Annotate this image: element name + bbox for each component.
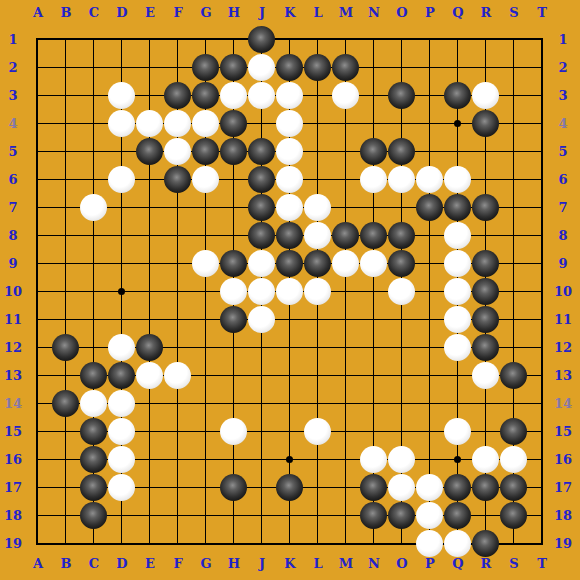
intersection-A4[interactable] bbox=[24, 110, 52, 138]
intersection-R17[interactable] bbox=[472, 474, 500, 502]
intersection-P12[interactable] bbox=[416, 334, 444, 362]
intersection-R13[interactable] bbox=[472, 362, 500, 390]
intersection-J17[interactable] bbox=[248, 474, 276, 502]
intersection-N11[interactable] bbox=[360, 306, 388, 334]
intersection-G10[interactable] bbox=[192, 278, 220, 306]
intersection-H8[interactable] bbox=[220, 222, 248, 250]
intersection-N12[interactable] bbox=[360, 334, 388, 362]
intersection-E19[interactable] bbox=[136, 530, 164, 558]
intersection-H14[interactable] bbox=[220, 390, 248, 418]
intersection-P10[interactable] bbox=[416, 278, 444, 306]
intersection-M11[interactable] bbox=[332, 306, 360, 334]
intersection-H1[interactable] bbox=[220, 26, 248, 54]
intersection-P4[interactable] bbox=[416, 110, 444, 138]
intersection-N17[interactable] bbox=[360, 474, 388, 502]
intersection-G4[interactable] bbox=[192, 110, 220, 138]
intersection-M16[interactable] bbox=[332, 446, 360, 474]
intersection-O19[interactable] bbox=[388, 530, 416, 558]
intersection-D18[interactable] bbox=[108, 502, 136, 530]
intersection-F11[interactable] bbox=[164, 306, 192, 334]
intersection-L1[interactable] bbox=[304, 26, 332, 54]
intersection-H10[interactable] bbox=[220, 278, 248, 306]
intersection-J11[interactable] bbox=[248, 306, 276, 334]
intersection-C3[interactable] bbox=[80, 82, 108, 110]
intersection-F10[interactable] bbox=[164, 278, 192, 306]
intersection-R14[interactable] bbox=[472, 390, 500, 418]
intersection-P19[interactable] bbox=[416, 530, 444, 558]
intersection-F5[interactable] bbox=[164, 138, 192, 166]
intersection-H6[interactable] bbox=[220, 166, 248, 194]
intersection-J4[interactable] bbox=[248, 110, 276, 138]
intersection-A9[interactable] bbox=[24, 250, 52, 278]
intersection-J7[interactable] bbox=[248, 194, 276, 222]
intersection-E6[interactable] bbox=[136, 166, 164, 194]
intersection-A15[interactable] bbox=[24, 418, 52, 446]
intersection-G13[interactable] bbox=[192, 362, 220, 390]
intersection-K1[interactable] bbox=[276, 26, 304, 54]
intersection-M18[interactable] bbox=[332, 502, 360, 530]
intersection-E13[interactable] bbox=[136, 362, 164, 390]
intersection-M17[interactable] bbox=[332, 474, 360, 502]
intersection-A19[interactable] bbox=[24, 530, 52, 558]
intersection-G8[interactable] bbox=[192, 222, 220, 250]
intersection-L8[interactable] bbox=[304, 222, 332, 250]
intersection-N10[interactable] bbox=[360, 278, 388, 306]
intersection-N3[interactable] bbox=[360, 82, 388, 110]
intersection-J18[interactable] bbox=[248, 502, 276, 530]
intersection-E9[interactable] bbox=[136, 250, 164, 278]
intersection-B11[interactable] bbox=[52, 306, 80, 334]
intersection-C13[interactable] bbox=[80, 362, 108, 390]
intersection-F14[interactable] bbox=[164, 390, 192, 418]
intersection-F18[interactable] bbox=[164, 502, 192, 530]
intersection-K18[interactable] bbox=[276, 502, 304, 530]
intersection-M8[interactable] bbox=[332, 222, 360, 250]
intersection-B1[interactable] bbox=[52, 26, 80, 54]
intersection-G9[interactable] bbox=[192, 250, 220, 278]
intersection-B9[interactable] bbox=[52, 250, 80, 278]
intersection-K13[interactable] bbox=[276, 362, 304, 390]
intersection-E2[interactable] bbox=[136, 54, 164, 82]
intersection-N6[interactable] bbox=[360, 166, 388, 194]
intersection-S18[interactable] bbox=[500, 502, 528, 530]
intersection-B14[interactable] bbox=[52, 390, 80, 418]
intersection-T13[interactable] bbox=[528, 362, 556, 390]
intersection-G14[interactable] bbox=[192, 390, 220, 418]
intersection-L15[interactable] bbox=[304, 418, 332, 446]
intersection-A13[interactable] bbox=[24, 362, 52, 390]
intersection-Q5[interactable] bbox=[444, 138, 472, 166]
intersection-T5[interactable] bbox=[528, 138, 556, 166]
intersection-E14[interactable] bbox=[136, 390, 164, 418]
intersection-S15[interactable] bbox=[500, 418, 528, 446]
intersection-C2[interactable] bbox=[80, 54, 108, 82]
intersection-M15[interactable] bbox=[332, 418, 360, 446]
intersection-O9[interactable] bbox=[388, 250, 416, 278]
intersection-H19[interactable] bbox=[220, 530, 248, 558]
intersection-F2[interactable] bbox=[164, 54, 192, 82]
intersection-R6[interactable] bbox=[472, 166, 500, 194]
intersection-C17[interactable] bbox=[80, 474, 108, 502]
intersection-Q9[interactable] bbox=[444, 250, 472, 278]
intersection-P9[interactable] bbox=[416, 250, 444, 278]
intersection-C4[interactable] bbox=[80, 110, 108, 138]
intersection-G12[interactable] bbox=[192, 334, 220, 362]
intersection-S16[interactable] bbox=[500, 446, 528, 474]
intersection-Q15[interactable] bbox=[444, 418, 472, 446]
intersection-G17[interactable] bbox=[192, 474, 220, 502]
intersection-O7[interactable] bbox=[388, 194, 416, 222]
intersection-Q4[interactable] bbox=[444, 110, 472, 138]
intersection-D8[interactable] bbox=[108, 222, 136, 250]
intersection-B15[interactable] bbox=[52, 418, 80, 446]
intersection-C8[interactable] bbox=[80, 222, 108, 250]
intersection-D4[interactable] bbox=[108, 110, 136, 138]
intersection-D9[interactable] bbox=[108, 250, 136, 278]
intersection-C11[interactable] bbox=[80, 306, 108, 334]
intersection-J5[interactable] bbox=[248, 138, 276, 166]
intersection-T14[interactable] bbox=[528, 390, 556, 418]
intersection-T18[interactable] bbox=[528, 502, 556, 530]
intersection-M14[interactable] bbox=[332, 390, 360, 418]
intersection-Q8[interactable] bbox=[444, 222, 472, 250]
intersection-R4[interactable] bbox=[472, 110, 500, 138]
intersection-N13[interactable] bbox=[360, 362, 388, 390]
intersection-F7[interactable] bbox=[164, 194, 192, 222]
intersection-E8[interactable] bbox=[136, 222, 164, 250]
intersection-O1[interactable] bbox=[388, 26, 416, 54]
intersection-O15[interactable] bbox=[388, 418, 416, 446]
intersection-O18[interactable] bbox=[388, 502, 416, 530]
intersection-N5[interactable] bbox=[360, 138, 388, 166]
intersection-F19[interactable] bbox=[164, 530, 192, 558]
intersection-J9[interactable] bbox=[248, 250, 276, 278]
intersection-L3[interactable] bbox=[304, 82, 332, 110]
intersection-H11[interactable] bbox=[220, 306, 248, 334]
intersection-J16[interactable] bbox=[248, 446, 276, 474]
intersection-F13[interactable] bbox=[164, 362, 192, 390]
intersection-H3[interactable] bbox=[220, 82, 248, 110]
intersection-J19[interactable] bbox=[248, 530, 276, 558]
intersection-G16[interactable] bbox=[192, 446, 220, 474]
intersection-A14[interactable] bbox=[24, 390, 52, 418]
intersection-D13[interactable] bbox=[108, 362, 136, 390]
intersection-K17[interactable] bbox=[276, 474, 304, 502]
intersection-R9[interactable] bbox=[472, 250, 500, 278]
intersection-J6[interactable] bbox=[248, 166, 276, 194]
intersection-J12[interactable] bbox=[248, 334, 276, 362]
intersection-H7[interactable] bbox=[220, 194, 248, 222]
intersection-S19[interactable] bbox=[500, 530, 528, 558]
intersection-O10[interactable] bbox=[388, 278, 416, 306]
intersection-C7[interactable] bbox=[80, 194, 108, 222]
intersection-T2[interactable] bbox=[528, 54, 556, 82]
intersection-P5[interactable] bbox=[416, 138, 444, 166]
intersection-H12[interactable] bbox=[220, 334, 248, 362]
intersection-A3[interactable] bbox=[24, 82, 52, 110]
intersection-K9[interactable] bbox=[276, 250, 304, 278]
intersection-A2[interactable] bbox=[24, 54, 52, 82]
intersection-P3[interactable] bbox=[416, 82, 444, 110]
intersection-C1[interactable] bbox=[80, 26, 108, 54]
intersection-K6[interactable] bbox=[276, 166, 304, 194]
intersection-N9[interactable] bbox=[360, 250, 388, 278]
intersection-G6[interactable] bbox=[192, 166, 220, 194]
intersection-N1[interactable] bbox=[360, 26, 388, 54]
intersection-J15[interactable] bbox=[248, 418, 276, 446]
intersection-Q3[interactable] bbox=[444, 82, 472, 110]
intersection-T16[interactable] bbox=[528, 446, 556, 474]
intersection-B18[interactable] bbox=[52, 502, 80, 530]
intersection-H2[interactable] bbox=[220, 54, 248, 82]
intersection-H9[interactable] bbox=[220, 250, 248, 278]
intersection-C10[interactable] bbox=[80, 278, 108, 306]
intersection-A16[interactable] bbox=[24, 446, 52, 474]
intersection-B10[interactable] bbox=[52, 278, 80, 306]
intersection-D15[interactable] bbox=[108, 418, 136, 446]
intersection-T4[interactable] bbox=[528, 110, 556, 138]
intersection-J13[interactable] bbox=[248, 362, 276, 390]
intersection-Q6[interactable] bbox=[444, 166, 472, 194]
intersection-R18[interactable] bbox=[472, 502, 500, 530]
intersection-T1[interactable] bbox=[528, 26, 556, 54]
intersection-R2[interactable] bbox=[472, 54, 500, 82]
intersection-M7[interactable] bbox=[332, 194, 360, 222]
intersection-K19[interactable] bbox=[276, 530, 304, 558]
intersection-B16[interactable] bbox=[52, 446, 80, 474]
intersection-R8[interactable] bbox=[472, 222, 500, 250]
intersection-D17[interactable] bbox=[108, 474, 136, 502]
intersection-P6[interactable] bbox=[416, 166, 444, 194]
intersection-G7[interactable] bbox=[192, 194, 220, 222]
intersection-D16[interactable] bbox=[108, 446, 136, 474]
intersection-G19[interactable] bbox=[192, 530, 220, 558]
intersection-B5[interactable] bbox=[52, 138, 80, 166]
intersection-Q11[interactable] bbox=[444, 306, 472, 334]
intersection-L16[interactable] bbox=[304, 446, 332, 474]
intersection-N8[interactable] bbox=[360, 222, 388, 250]
intersection-M19[interactable] bbox=[332, 530, 360, 558]
intersection-P16[interactable] bbox=[416, 446, 444, 474]
intersection-J8[interactable] bbox=[248, 222, 276, 250]
intersection-P2[interactable] bbox=[416, 54, 444, 82]
intersection-S5[interactable] bbox=[500, 138, 528, 166]
intersection-S14[interactable] bbox=[500, 390, 528, 418]
intersection-T11[interactable] bbox=[528, 306, 556, 334]
intersection-M13[interactable] bbox=[332, 362, 360, 390]
intersection-K14[interactable] bbox=[276, 390, 304, 418]
intersection-H16[interactable] bbox=[220, 446, 248, 474]
intersection-O17[interactable] bbox=[388, 474, 416, 502]
intersection-H18[interactable] bbox=[220, 502, 248, 530]
intersection-Q14[interactable] bbox=[444, 390, 472, 418]
intersection-L18[interactable] bbox=[304, 502, 332, 530]
intersection-H17[interactable] bbox=[220, 474, 248, 502]
intersection-D5[interactable] bbox=[108, 138, 136, 166]
intersection-R19[interactable] bbox=[472, 530, 500, 558]
intersection-O4[interactable] bbox=[388, 110, 416, 138]
intersection-P18[interactable] bbox=[416, 502, 444, 530]
intersection-A11[interactable] bbox=[24, 306, 52, 334]
intersection-F3[interactable] bbox=[164, 82, 192, 110]
intersection-S1[interactable] bbox=[500, 26, 528, 54]
intersection-B19[interactable] bbox=[52, 530, 80, 558]
intersection-N18[interactable] bbox=[360, 502, 388, 530]
intersection-O14[interactable] bbox=[388, 390, 416, 418]
intersection-L2[interactable] bbox=[304, 54, 332, 82]
intersection-L6[interactable] bbox=[304, 166, 332, 194]
intersection-C19[interactable] bbox=[80, 530, 108, 558]
intersection-N15[interactable] bbox=[360, 418, 388, 446]
intersection-E7[interactable] bbox=[136, 194, 164, 222]
intersection-T7[interactable] bbox=[528, 194, 556, 222]
intersection-G3[interactable] bbox=[192, 82, 220, 110]
intersection-Q12[interactable] bbox=[444, 334, 472, 362]
intersection-T17[interactable] bbox=[528, 474, 556, 502]
intersection-R10[interactable] bbox=[472, 278, 500, 306]
intersection-D11[interactable] bbox=[108, 306, 136, 334]
intersection-H4[interactable] bbox=[220, 110, 248, 138]
intersection-F9[interactable] bbox=[164, 250, 192, 278]
intersection-D2[interactable] bbox=[108, 54, 136, 82]
intersection-O5[interactable] bbox=[388, 138, 416, 166]
intersection-E1[interactable] bbox=[136, 26, 164, 54]
intersection-G1[interactable] bbox=[192, 26, 220, 54]
intersection-F15[interactable] bbox=[164, 418, 192, 446]
intersection-A5[interactable] bbox=[24, 138, 52, 166]
intersection-R11[interactable] bbox=[472, 306, 500, 334]
intersection-T10[interactable] bbox=[528, 278, 556, 306]
intersection-P11[interactable] bbox=[416, 306, 444, 334]
intersection-T3[interactable] bbox=[528, 82, 556, 110]
intersection-R7[interactable] bbox=[472, 194, 500, 222]
intersection-K2[interactable] bbox=[276, 54, 304, 82]
intersection-K5[interactable] bbox=[276, 138, 304, 166]
intersection-S8[interactable] bbox=[500, 222, 528, 250]
intersection-N16[interactable] bbox=[360, 446, 388, 474]
intersection-F17[interactable] bbox=[164, 474, 192, 502]
intersection-F1[interactable] bbox=[164, 26, 192, 54]
intersection-Q1[interactable] bbox=[444, 26, 472, 54]
intersection-R15[interactable] bbox=[472, 418, 500, 446]
intersection-L14[interactable] bbox=[304, 390, 332, 418]
intersection-S11[interactable] bbox=[500, 306, 528, 334]
intersection-J1[interactable] bbox=[248, 26, 276, 54]
intersection-R12[interactable] bbox=[472, 334, 500, 362]
intersection-Q7[interactable] bbox=[444, 194, 472, 222]
intersection-M6[interactable] bbox=[332, 166, 360, 194]
intersection-S7[interactable] bbox=[500, 194, 528, 222]
intersection-R16[interactable] bbox=[472, 446, 500, 474]
intersection-T12[interactable] bbox=[528, 334, 556, 362]
intersection-L19[interactable] bbox=[304, 530, 332, 558]
intersection-A7[interactable] bbox=[24, 194, 52, 222]
intersection-S4[interactable] bbox=[500, 110, 528, 138]
intersection-B7[interactable] bbox=[52, 194, 80, 222]
intersection-P8[interactable] bbox=[416, 222, 444, 250]
intersection-C5[interactable] bbox=[80, 138, 108, 166]
intersection-E15[interactable] bbox=[136, 418, 164, 446]
intersection-A18[interactable] bbox=[24, 502, 52, 530]
intersection-Q19[interactable] bbox=[444, 530, 472, 558]
intersection-Q10[interactable] bbox=[444, 278, 472, 306]
intersection-S9[interactable] bbox=[500, 250, 528, 278]
intersection-K16[interactable] bbox=[276, 446, 304, 474]
intersection-T9[interactable] bbox=[528, 250, 556, 278]
intersection-P13[interactable] bbox=[416, 362, 444, 390]
intersection-G5[interactable] bbox=[192, 138, 220, 166]
intersection-D19[interactable] bbox=[108, 530, 136, 558]
intersection-B17[interactable] bbox=[52, 474, 80, 502]
intersection-Q2[interactable] bbox=[444, 54, 472, 82]
intersection-J3[interactable] bbox=[248, 82, 276, 110]
intersection-K3[interactable] bbox=[276, 82, 304, 110]
intersection-D3[interactable] bbox=[108, 82, 136, 110]
intersection-K10[interactable] bbox=[276, 278, 304, 306]
intersection-E3[interactable] bbox=[136, 82, 164, 110]
intersection-D6[interactable] bbox=[108, 166, 136, 194]
intersection-O12[interactable] bbox=[388, 334, 416, 362]
intersection-S12[interactable] bbox=[500, 334, 528, 362]
intersection-P14[interactable] bbox=[416, 390, 444, 418]
intersection-O3[interactable] bbox=[388, 82, 416, 110]
intersection-K15[interactable] bbox=[276, 418, 304, 446]
intersection-O16[interactable] bbox=[388, 446, 416, 474]
intersection-K12[interactable] bbox=[276, 334, 304, 362]
intersection-L4[interactable] bbox=[304, 110, 332, 138]
intersection-O11[interactable] bbox=[388, 306, 416, 334]
intersection-S6[interactable] bbox=[500, 166, 528, 194]
intersection-J10[interactable] bbox=[248, 278, 276, 306]
intersection-B3[interactable] bbox=[52, 82, 80, 110]
intersection-N2[interactable] bbox=[360, 54, 388, 82]
intersection-B2[interactable] bbox=[52, 54, 80, 82]
intersection-N4[interactable] bbox=[360, 110, 388, 138]
intersection-A10[interactable] bbox=[24, 278, 52, 306]
intersection-D1[interactable] bbox=[108, 26, 136, 54]
intersection-M10[interactable] bbox=[332, 278, 360, 306]
intersection-L5[interactable] bbox=[304, 138, 332, 166]
intersection-R1[interactable] bbox=[472, 26, 500, 54]
intersection-Q17[interactable] bbox=[444, 474, 472, 502]
intersection-E10[interactable] bbox=[136, 278, 164, 306]
intersection-P1[interactable] bbox=[416, 26, 444, 54]
intersection-S17[interactable] bbox=[500, 474, 528, 502]
intersection-J2[interactable] bbox=[248, 54, 276, 82]
intersection-S13[interactable] bbox=[500, 362, 528, 390]
intersection-E5[interactable] bbox=[136, 138, 164, 166]
intersection-L13[interactable] bbox=[304, 362, 332, 390]
intersection-T8[interactable] bbox=[528, 222, 556, 250]
intersection-L7[interactable] bbox=[304, 194, 332, 222]
intersection-E4[interactable] bbox=[136, 110, 164, 138]
intersection-A6[interactable] bbox=[24, 166, 52, 194]
intersection-N14[interactable] bbox=[360, 390, 388, 418]
intersection-O2[interactable] bbox=[388, 54, 416, 82]
intersection-M5[interactable] bbox=[332, 138, 360, 166]
intersection-L9[interactable] bbox=[304, 250, 332, 278]
intersection-F8[interactable] bbox=[164, 222, 192, 250]
intersection-A1[interactable] bbox=[24, 26, 52, 54]
intersection-A17[interactable] bbox=[24, 474, 52, 502]
intersection-T6[interactable] bbox=[528, 166, 556, 194]
intersection-D7[interactable] bbox=[108, 194, 136, 222]
intersection-H13[interactable] bbox=[220, 362, 248, 390]
intersection-M2[interactable] bbox=[332, 54, 360, 82]
intersection-R3[interactable] bbox=[472, 82, 500, 110]
intersection-P7[interactable] bbox=[416, 194, 444, 222]
intersection-B6[interactable] bbox=[52, 166, 80, 194]
